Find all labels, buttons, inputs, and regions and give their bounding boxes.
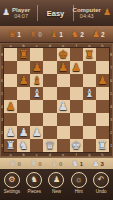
- square-e2[interactable]: [57, 126, 70, 139]
- captured-count: 2: [80, 31, 84, 38]
- square-d6[interactable]: [43, 74, 56, 87]
- square-a1[interactable]: ♜: [4, 139, 17, 152]
- captured-count: 0: [17, 161, 20, 167]
- square-d4[interactable]: [43, 100, 56, 113]
- captured-black-pawn: ♟2: [92, 29, 105, 39]
- rank-label-2: 2: [109, 126, 113, 139]
- piece-white-knight[interactable]: ♞: [19, 140, 29, 151]
- square-a8[interactable]: [4, 48, 17, 61]
- undo-button-circle[interactable]: ↶: [93, 172, 109, 188]
- captured-count: 1: [80, 161, 83, 167]
- square-e7[interactable]: ♟: [57, 61, 70, 74]
- rank-label-8: 8: [109, 48, 113, 61]
- square-a2[interactable]: ♟: [4, 126, 17, 139]
- settings-button-circle[interactable]: ⚙: [4, 172, 20, 188]
- square-a3[interactable]: [4, 113, 17, 126]
- square-e8[interactable]: ♚: [57, 48, 70, 61]
- square-c1[interactable]: [30, 139, 43, 152]
- square-b7[interactable]: [17, 61, 30, 74]
- rank-label-6: 6: [109, 74, 113, 87]
- piece-black-pawn[interactable]: ♟: [71, 62, 81, 73]
- pieces-button[interactable]: ♞Pieces: [24, 172, 45, 194]
- square-g7[interactable]: [83, 61, 96, 74]
- board-grid: ♜♚♜♟♟♟♟♝♟♝♝♟♟♟♟♟♜♞♛♚♜: [4, 48, 109, 152]
- captured-black-pieces-tray: ♛1♜0♝1♞2♟2: [0, 26, 113, 43]
- square-e6[interactable]: [57, 74, 70, 87]
- square-d3[interactable]: [43, 113, 56, 126]
- player-clock-panel: ♟ Player 04:07: [0, 7, 37, 20]
- toolbar-button-label: Undo: [96, 189, 107, 194]
- square-g5[interactable]: ♝: [83, 87, 96, 100]
- toolbar-button-label: Hint: [75, 189, 83, 194]
- square-c3[interactable]: [30, 113, 43, 126]
- captured-count: 0: [59, 161, 62, 167]
- square-f4[interactable]: [70, 100, 83, 113]
- chess-app-screen: ♟ Player 04:07 Easy Computer 04:43 ♟ ♛1♜…: [0, 0, 113, 200]
- captured-black-knight: ♞2: [71, 29, 84, 39]
- knight-icon: ♞: [31, 176, 38, 184]
- chess-board: abcdefgh 87654321 87654321 abcdefgh ♜♚♜♟…: [0, 43, 113, 157]
- square-h5[interactable]: [96, 87, 109, 100]
- square-c2[interactable]: ♟: [30, 126, 43, 139]
- square-g8[interactable]: ♜: [83, 48, 96, 61]
- square-d8[interactable]: [43, 48, 56, 61]
- rook-icon: ♜: [30, 159, 37, 168]
- square-a7[interactable]: [4, 61, 17, 74]
- piece-black-pawn[interactable]: ♟: [19, 75, 29, 86]
- captured-white-rook: ♜0: [30, 159, 42, 168]
- piece-white-pawn[interactable]: ♟: [58, 101, 68, 112]
- captured-white-pieces-tray: ♛0♜0♝0♞1♟3: [0, 157, 113, 169]
- player-time: 04:07: [14, 13, 28, 19]
- square-b3[interactable]: [17, 113, 30, 126]
- hint-button[interactable]: ☼Hint: [68, 172, 89, 194]
- rank-label-5: 5: [109, 87, 113, 100]
- captured-white-queen: ♛0: [9, 159, 21, 168]
- piece-black-pawn[interactable]: ♟: [6, 101, 16, 112]
- captured-white-knight: ♞1: [71, 159, 83, 168]
- player-label: Player: [12, 7, 30, 14]
- square-a4[interactable]: ♟: [4, 100, 17, 113]
- computer-label: Computer: [73, 7, 101, 14]
- square-h6[interactable]: ♟: [96, 74, 109, 87]
- square-f6[interactable]: [70, 74, 83, 87]
- queen-icon: ♛: [9, 159, 16, 168]
- square-g1[interactable]: [83, 139, 96, 152]
- piece-white-queen[interactable]: ♛: [45, 140, 55, 151]
- square-f2[interactable]: [70, 126, 83, 139]
- undo-arrow-icon: ↶: [98, 176, 105, 184]
- square-e4[interactable]: ♟: [57, 100, 70, 113]
- toolbar-button-label: New: [52, 189, 61, 194]
- knight-icon: ♞: [71, 29, 79, 39]
- captured-count: 0: [38, 161, 41, 167]
- piece-white-pawn[interactable]: ♟: [6, 127, 16, 138]
- captured-black-rook: ♜0: [29, 29, 42, 39]
- square-f1[interactable]: ♚: [70, 139, 83, 152]
- piece-white-bishop[interactable]: ♝: [32, 88, 42, 99]
- toolbar-button-label: Settings: [4, 189, 20, 194]
- pawn-icon: ♟: [53, 176, 60, 184]
- square-f5[interactable]: [70, 87, 83, 100]
- square-c6[interactable]: ♝: [30, 74, 43, 87]
- square-g2[interactable]: [83, 126, 96, 139]
- square-g4[interactable]: [83, 100, 96, 113]
- captured-count: 1: [59, 31, 63, 38]
- player-pawn-icon: ♟: [2, 8, 10, 17]
- gear-icon: ⚙: [8, 176, 15, 184]
- square-f3[interactable]: [70, 113, 83, 126]
- square-c5[interactable]: ♝: [30, 87, 43, 100]
- square-b8[interactable]: ♜: [17, 48, 30, 61]
- piece-white-pawn[interactable]: ♟: [19, 127, 29, 138]
- square-g3[interactable]: [83, 113, 96, 126]
- captured-count: 3: [100, 161, 103, 167]
- square-c7[interactable]: ♟: [30, 61, 43, 74]
- captured-white-pawn: ♟3: [92, 159, 104, 168]
- square-a6[interactable]: [4, 74, 17, 87]
- rank-label-3: 3: [109, 113, 113, 126]
- square-b6[interactable]: ♟: [17, 74, 30, 87]
- pieces-button-circle[interactable]: ♞: [26, 172, 42, 188]
- square-h3[interactable]: [96, 113, 109, 126]
- square-g6[interactable]: [83, 74, 96, 87]
- square-f7[interactable]: ♟: [70, 61, 83, 74]
- square-d7[interactable]: [43, 61, 56, 74]
- square-d2[interactable]: [43, 126, 56, 139]
- captured-black-queen: ♛1: [8, 29, 21, 39]
- piece-black-pawn[interactable]: ♟: [58, 62, 68, 73]
- hint-button-circle[interactable]: ☼: [71, 172, 87, 188]
- captured-count: 2: [101, 31, 105, 38]
- square-c8[interactable]: [30, 48, 43, 61]
- square-e1[interactable]: [57, 139, 70, 152]
- rank-label-4: 4: [109, 100, 113, 113]
- square-d5[interactable]: [43, 87, 56, 100]
- square-h7[interactable]: [96, 61, 109, 74]
- rank-labels-right: 87654321: [109, 48, 113, 152]
- piece-white-bishop[interactable]: ♝: [84, 88, 94, 99]
- square-b4[interactable]: [17, 100, 30, 113]
- knight-icon: ♞: [71, 159, 78, 168]
- difficulty-label: Easy: [47, 9, 65, 18]
- piece-black-rook[interactable]: ♜: [19, 49, 29, 60]
- game-header: ♟ Player 04:07 Easy Computer 04:43 ♟: [0, 0, 113, 26]
- square-b1[interactable]: ♞: [17, 139, 30, 152]
- pawn-icon: ♟: [92, 159, 99, 168]
- square-c4[interactable]: [30, 100, 43, 113]
- square-b5[interactable]: [17, 87, 30, 100]
- computer-clock-panel: Computer 04:43 ♟: [74, 7, 113, 20]
- pawn-icon: ♟: [92, 29, 100, 39]
- piece-white-rook[interactable]: ♜: [6, 140, 16, 151]
- piece-black-pawn[interactable]: ♟: [98, 75, 108, 86]
- captured-count: 0: [38, 31, 42, 38]
- bulb-icon: ☼: [75, 176, 82, 184]
- piece-black-bishop[interactable]: ♝: [32, 75, 42, 86]
- settings-button[interactable]: ⚙Settings: [1, 172, 22, 194]
- new-button-circle[interactable]: ♟: [48, 172, 64, 188]
- toolbar-button-label: Pieces: [27, 189, 41, 194]
- square-h2[interactable]: [96, 126, 109, 139]
- piece-black-king[interactable]: ♚: [58, 49, 68, 60]
- captured-count: 1: [17, 31, 21, 38]
- square-h1[interactable]: ♜: [96, 139, 109, 152]
- square-f8[interactable]: [70, 48, 83, 61]
- new-button[interactable]: ♟New: [46, 172, 67, 194]
- square-h8[interactable]: [96, 48, 109, 61]
- bishop-icon: ♝: [51, 159, 58, 168]
- queen-icon: ♛: [8, 29, 16, 39]
- square-h4[interactable]: [96, 100, 109, 113]
- bishop-icon: ♝: [50, 29, 58, 39]
- rook-icon: ♜: [29, 29, 37, 39]
- computer-pawn-icon: ♟: [103, 8, 111, 17]
- square-e3[interactable]: [57, 113, 70, 126]
- piece-white-pawn[interactable]: ♟: [32, 127, 42, 138]
- rank-label-7: 7: [109, 61, 113, 74]
- piece-white-king[interactable]: ♚: [71, 140, 81, 151]
- rank-label-1: 1: [109, 139, 113, 152]
- square-a5[interactable]: [4, 87, 17, 100]
- piece-white-rook[interactable]: ♜: [98, 140, 108, 151]
- piece-black-pawn[interactable]: ♟: [32, 62, 42, 73]
- square-d1[interactable]: ♛: [43, 139, 56, 152]
- computer-time: 04:43: [80, 13, 94, 19]
- bottom-toolbar: ⚙Settings♞Pieces♟New☼Hint↶Undo: [0, 169, 113, 200]
- undo-button[interactable]: ↶Undo: [91, 172, 112, 194]
- square-b2[interactable]: ♟: [17, 126, 30, 139]
- difficulty-panel[interactable]: Easy: [38, 9, 73, 18]
- piece-black-rook[interactable]: ♜: [84, 49, 94, 60]
- captured-black-bishop: ♝1: [50, 29, 63, 39]
- square-e5[interactable]: [57, 87, 70, 100]
- captured-white-bishop: ♝0: [51, 159, 63, 168]
